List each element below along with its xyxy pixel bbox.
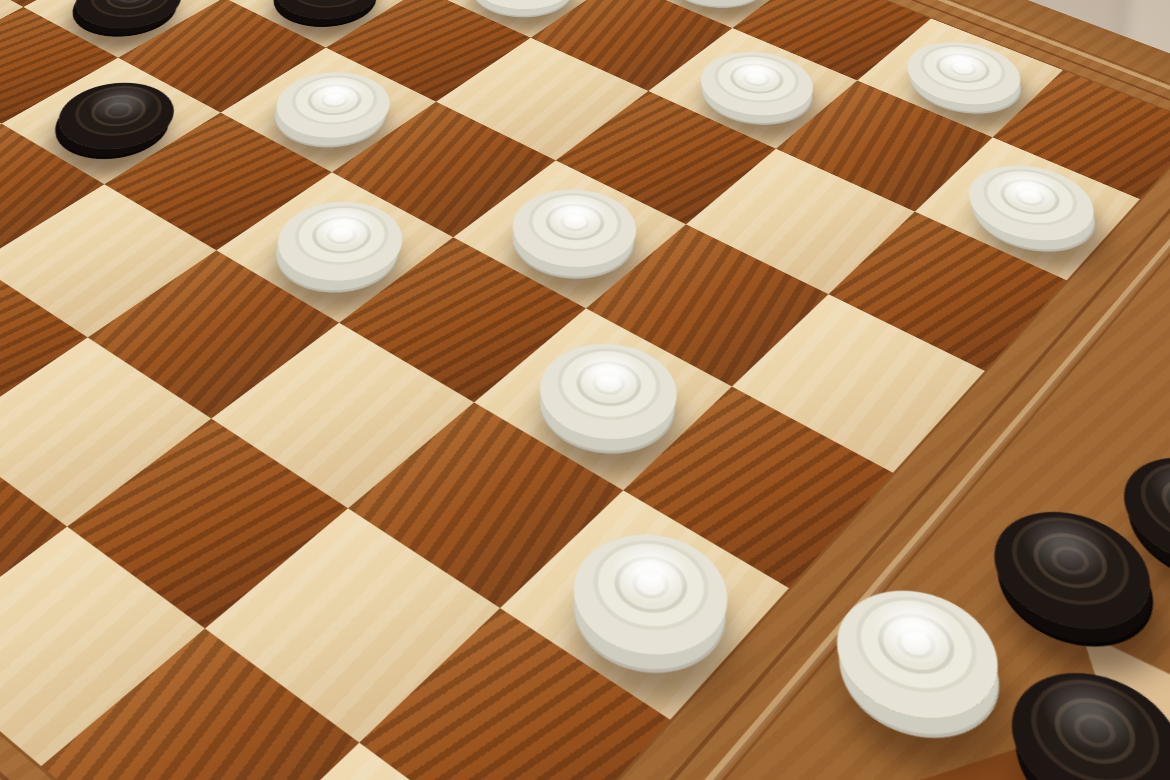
photo-scene bbox=[0, 0, 1170, 780]
checkers-board-3d bbox=[0, 0, 1170, 780]
captured-piece-black[interactable] bbox=[983, 647, 1170, 780]
